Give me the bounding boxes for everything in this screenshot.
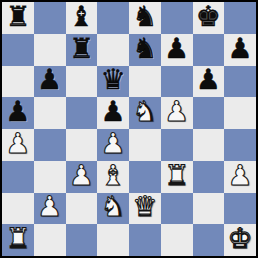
black-pawn-icon: ♟ <box>228 35 253 63</box>
black-pawn-icon: ♟ <box>5 98 30 126</box>
square-e6[interactable] <box>129 66 161 98</box>
square-f3[interactable]: ♜ <box>161 161 193 193</box>
square-b2[interactable]: ♟ <box>34 193 66 225</box>
square-b8[interactable] <box>34 2 66 34</box>
white-knight-icon: ♞ <box>132 98 157 126</box>
black-bishop-icon: ♝ <box>69 3 94 31</box>
square-d7[interactable] <box>97 34 129 66</box>
square-e1[interactable] <box>129 224 161 256</box>
black-rook-icon: ♜ <box>5 3 30 31</box>
black-pawn-icon: ♟ <box>37 66 62 94</box>
square-g2[interactable] <box>193 193 225 225</box>
black-pawn-icon: ♟ <box>164 35 189 63</box>
square-f4[interactable] <box>161 129 193 161</box>
square-a3[interactable] <box>2 161 34 193</box>
square-f1[interactable] <box>161 224 193 256</box>
white-pawn-icon: ♟ <box>228 162 253 190</box>
square-d8[interactable] <box>97 2 129 34</box>
square-c2[interactable] <box>66 193 98 225</box>
white-king-icon: ♚ <box>228 225 253 253</box>
white-rook-icon: ♜ <box>164 162 189 190</box>
square-c3[interactable]: ♟ <box>66 161 98 193</box>
square-e8[interactable]: ♞ <box>129 2 161 34</box>
square-d2[interactable]: ♞ <box>97 193 129 225</box>
square-g4[interactable] <box>193 129 225 161</box>
black-knight-icon: ♞ <box>132 35 157 63</box>
square-b7[interactable] <box>34 34 66 66</box>
square-a4[interactable]: ♟ <box>2 129 34 161</box>
white-queen-icon: ♛ <box>132 193 157 221</box>
chess-board: ♜♝♞♚♜♞♟♟♟♛♟♟♟♞♟♟♟♟♝♜♟♟♞♛♜♚ <box>0 0 258 258</box>
square-b5[interactable] <box>34 97 66 129</box>
square-h8[interactable] <box>224 2 256 34</box>
square-g1[interactable] <box>193 224 225 256</box>
square-e2[interactable]: ♛ <box>129 193 161 225</box>
square-h4[interactable] <box>224 129 256 161</box>
black-king-icon: ♚ <box>196 3 221 31</box>
square-f7[interactable]: ♟ <box>161 34 193 66</box>
square-e3[interactable] <box>129 161 161 193</box>
square-b1[interactable] <box>34 224 66 256</box>
square-f6[interactable] <box>161 66 193 98</box>
square-c7[interactable]: ♜ <box>66 34 98 66</box>
square-g5[interactable] <box>193 97 225 129</box>
square-d6[interactable]: ♛ <box>97 66 129 98</box>
square-a1[interactable]: ♜ <box>2 224 34 256</box>
white-bishop-icon: ♝ <box>101 162 126 190</box>
square-g8[interactable]: ♚ <box>193 2 225 34</box>
square-d4[interactable]: ♟ <box>97 129 129 161</box>
square-c4[interactable] <box>66 129 98 161</box>
square-a7[interactable] <box>2 34 34 66</box>
square-h5[interactable] <box>224 97 256 129</box>
square-g6[interactable]: ♟ <box>193 66 225 98</box>
square-c1[interactable] <box>66 224 98 256</box>
square-a5[interactable]: ♟ <box>2 97 34 129</box>
square-c6[interactable] <box>66 66 98 98</box>
white-pawn-icon: ♟ <box>5 130 30 158</box>
square-b4[interactable] <box>34 129 66 161</box>
square-a2[interactable] <box>2 193 34 225</box>
square-f2[interactable] <box>161 193 193 225</box>
square-g3[interactable] <box>193 161 225 193</box>
black-queen-icon: ♛ <box>101 66 126 94</box>
square-c8[interactable]: ♝ <box>66 2 98 34</box>
square-h7[interactable]: ♟ <box>224 34 256 66</box>
black-pawn-icon: ♟ <box>196 66 221 94</box>
white-rook-icon: ♜ <box>5 225 30 253</box>
white-pawn-icon: ♟ <box>164 98 189 126</box>
white-pawn-icon: ♟ <box>37 193 62 221</box>
black-rook-icon: ♜ <box>69 35 94 63</box>
black-knight-icon: ♞ <box>132 3 157 31</box>
square-h6[interactable] <box>224 66 256 98</box>
square-c5[interactable] <box>66 97 98 129</box>
white-pawn-icon: ♟ <box>101 130 126 158</box>
square-d1[interactable] <box>97 224 129 256</box>
square-b3[interactable] <box>34 161 66 193</box>
square-h3[interactable]: ♟ <box>224 161 256 193</box>
square-a8[interactable]: ♜ <box>2 2 34 34</box>
square-a6[interactable] <box>2 66 34 98</box>
black-pawn-icon: ♟ <box>101 98 126 126</box>
square-f5[interactable]: ♟ <box>161 97 193 129</box>
square-d5[interactable]: ♟ <box>97 97 129 129</box>
white-knight-icon: ♞ <box>101 193 126 221</box>
square-b6[interactable]: ♟ <box>34 66 66 98</box>
square-e4[interactable] <box>129 129 161 161</box>
square-e5[interactable]: ♞ <box>129 97 161 129</box>
square-e7[interactable]: ♞ <box>129 34 161 66</box>
square-g7[interactable] <box>193 34 225 66</box>
square-h1[interactable]: ♚ <box>224 224 256 256</box>
square-d3[interactable]: ♝ <box>97 161 129 193</box>
square-f8[interactable] <box>161 2 193 34</box>
square-h2[interactable] <box>224 193 256 225</box>
board-grid: ♜♝♞♚♜♞♟♟♟♛♟♟♟♞♟♟♟♟♝♜♟♟♞♛♜♚ <box>2 2 256 256</box>
white-pawn-icon: ♟ <box>69 162 94 190</box>
